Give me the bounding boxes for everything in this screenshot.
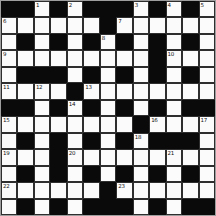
black-cell-r6c7 [116, 100, 132, 116]
white-cell-r4c4[interactable] [67, 67, 83, 83]
white-cell-r1c7[interactable]: 7 [116, 17, 132, 33]
white-cell-r3c8[interactable] [133, 50, 149, 66]
white-cell-r5c8[interactable] [133, 83, 149, 99]
clue-number-4: 4 [168, 2, 171, 8]
white-cell-r7c12[interactable]: 17 [199, 116, 215, 132]
white-cell-r3c2[interactable] [34, 50, 50, 66]
black-cell-r8c7 [116, 133, 132, 149]
white-cell-r5c0[interactable]: 11 [1, 83, 17, 99]
clue-number-14: 14 [69, 101, 75, 107]
white-cell-r7c7[interactable] [116, 116, 132, 132]
black-cell-r10c3 [50, 166, 66, 182]
white-cell-r4c6[interactable] [100, 67, 116, 83]
clue-number-16: 16 [151, 117, 157, 123]
white-cell-r3c6[interactable] [100, 50, 116, 66]
white-cell-r11c1[interactable] [17, 182, 33, 198]
black-cell-r4c11 [182, 67, 198, 83]
white-cell-r7c11[interactable] [182, 116, 198, 132]
white-cell-r7c10[interactable] [166, 116, 182, 132]
white-cell-r3c3[interactable] [50, 50, 66, 66]
white-cell-r5c12[interactable] [199, 83, 215, 99]
black-cell-r6c9 [149, 100, 165, 116]
white-cell-r1c9[interactable] [149, 17, 165, 33]
black-cell-r4c1 [17, 67, 33, 83]
white-cell-r5c9[interactable] [149, 83, 165, 99]
clue-number-22: 22 [3, 183, 9, 189]
black-cell-r10c11 [182, 166, 198, 182]
black-cell-r8c11 [182, 133, 198, 149]
white-cell-r5c7[interactable] [116, 83, 132, 99]
white-cell-r3c4[interactable] [67, 50, 83, 66]
clue-number-9: 9 [3, 51, 6, 57]
black-cell-r12c5 [83, 199, 99, 215]
black-cell-r8c5 [83, 133, 99, 149]
white-cell-r4c10[interactable] [166, 67, 182, 83]
white-cell-r2c12[interactable] [199, 34, 215, 50]
white-cell-r5c2[interactable]: 12 [34, 83, 50, 99]
white-cell-r2c2[interactable] [34, 34, 50, 50]
white-cell-r7c9[interactable]: 16 [149, 116, 165, 132]
white-cell-r2c4[interactable] [67, 34, 83, 50]
black-cell-r6c5 [83, 100, 99, 116]
white-cell-r9c4[interactable]: 20 [67, 149, 83, 165]
black-cell-r12c3 [50, 199, 66, 215]
clue-number-18: 18 [135, 134, 141, 140]
white-cell-r8c12[interactable] [199, 133, 215, 149]
white-cell-r1c1[interactable] [17, 17, 33, 33]
black-cell-r7c8 [133, 116, 149, 132]
white-cell-r7c1[interactable] [17, 116, 33, 132]
white-cell-r12c0[interactable] [1, 199, 17, 215]
black-cell-r4c9 [149, 67, 165, 83]
white-cell-r1c3[interactable] [50, 17, 66, 33]
black-cell-r10c5 [83, 166, 99, 182]
black-cell-r8c10 [166, 133, 182, 149]
clue-number-17: 17 [201, 117, 207, 123]
white-cell-r1c0[interactable]: 6 [1, 17, 17, 33]
white-cell-r5c1[interactable] [17, 83, 33, 99]
white-cell-r9c9[interactable] [149, 149, 165, 165]
black-cell-r10c1 [17, 166, 33, 182]
black-cell-r4c7 [116, 67, 132, 83]
clue-number-5: 5 [201, 2, 204, 8]
black-cell-r6c1 [17, 100, 33, 116]
white-cell-r3c11[interactable] [182, 50, 198, 66]
white-cell-r2c8[interactable] [133, 34, 149, 50]
clue-number-1: 1 [36, 2, 39, 8]
white-cell-r9c11[interactable] [182, 149, 198, 165]
white-cell-r10c8[interactable] [133, 166, 149, 182]
white-cell-r5c10[interactable] [166, 83, 182, 99]
white-cell-r0c4[interactable]: 2 [67, 1, 83, 17]
white-cell-r6c2[interactable] [34, 100, 50, 116]
clue-number-13: 13 [85, 84, 91, 90]
black-cell-r8c9 [149, 133, 165, 149]
white-cell-r6c6[interactable] [100, 100, 116, 116]
white-cell-r3c1[interactable] [17, 50, 33, 66]
white-cell-r6c4[interactable]: 14 [67, 100, 83, 116]
clue-number-7: 7 [118, 18, 121, 24]
white-cell-r7c0[interactable]: 15 [1, 116, 17, 132]
white-cell-r11c7[interactable]: 23 [116, 182, 132, 198]
white-cell-r12c10[interactable] [166, 199, 182, 215]
black-cell-r5c4 [67, 83, 83, 99]
white-cell-r2c10[interactable] [166, 34, 182, 50]
black-cell-r2c7 [116, 34, 132, 50]
white-cell-r0c10[interactable]: 4 [166, 1, 182, 17]
black-cell-r1c6 [100, 17, 116, 33]
black-cell-r0c9 [149, 1, 165, 17]
white-cell-r11c2[interactable] [34, 182, 50, 198]
black-cell-r0c7 [116, 1, 132, 17]
white-cell-r0c8[interactable]: 3 [133, 1, 149, 17]
white-cell-r11c11[interactable] [182, 182, 198, 198]
white-cell-r11c12[interactable] [199, 182, 215, 198]
white-cell-r10c10[interactable] [166, 166, 182, 182]
white-cell-r11c0[interactable]: 22 [1, 182, 17, 198]
white-cell-r8c0[interactable] [1, 133, 17, 149]
white-cell-r7c2[interactable] [34, 116, 50, 132]
white-cell-r11c8[interactable] [133, 182, 149, 198]
white-cell-r9c8[interactable] [133, 149, 149, 165]
white-cell-r11c4[interactable] [67, 182, 83, 198]
black-cell-r2c3 [50, 34, 66, 50]
clue-number-11: 11 [3, 84, 9, 90]
white-cell-r3c5[interactable] [83, 50, 99, 66]
white-cell-r1c2[interactable] [34, 17, 50, 33]
black-cell-r0c1 [17, 1, 33, 17]
clue-number-10: 10 [168, 51, 174, 57]
black-cell-r12c6 [100, 199, 116, 215]
white-cell-r9c10[interactable]: 21 [166, 149, 182, 165]
black-cell-r9c3 [50, 149, 66, 165]
white-cell-r5c5[interactable]: 13 [83, 83, 99, 99]
black-cell-r2c1 [17, 34, 33, 50]
white-cell-r8c8[interactable]: 18 [133, 133, 149, 149]
clue-number-20: 20 [69, 150, 75, 156]
white-cell-r11c3[interactable] [50, 182, 66, 198]
white-cell-r11c9[interactable] [149, 182, 165, 198]
white-cell-r9c1[interactable] [17, 149, 33, 165]
white-cell-r4c0[interactable] [1, 67, 17, 83]
white-cell-r1c12[interactable] [199, 17, 215, 33]
white-cell-r9c7[interactable] [116, 149, 132, 165]
white-cell-r12c4[interactable] [67, 199, 83, 215]
white-cell-r11c10[interactable] [166, 182, 182, 198]
white-cell-r12c2[interactable] [34, 199, 50, 215]
white-cell-r9c5[interactable] [83, 149, 99, 165]
white-cell-r7c4[interactable] [67, 116, 83, 132]
white-cell-r9c2[interactable] [34, 149, 50, 165]
white-cell-r8c4[interactable] [67, 133, 83, 149]
white-cell-r3c10[interactable]: 10 [166, 50, 182, 66]
white-cell-r1c8[interactable] [133, 17, 149, 33]
white-cell-r6c8[interactable] [133, 100, 149, 116]
white-cell-r1c4[interactable] [67, 17, 83, 33]
black-cell-r12c11 [182, 199, 198, 215]
black-cell-r12c7 [116, 199, 132, 215]
white-cell-r7c6[interactable] [100, 116, 116, 132]
clue-number-6: 6 [3, 18, 6, 24]
black-cell-r12c9 [149, 199, 165, 215]
clue-number-23: 23 [118, 183, 124, 189]
black-cell-r10c7 [116, 166, 132, 182]
white-cell-r6c10[interactable] [166, 100, 182, 116]
clue-number-2: 2 [69, 2, 72, 8]
white-cell-r2c0[interactable] [1, 34, 17, 50]
white-cell-r4c12[interactable] [199, 67, 215, 83]
black-cell-r4c3 [50, 67, 66, 83]
white-cell-r9c12[interactable] [199, 149, 215, 165]
clue-number-3: 3 [135, 2, 138, 8]
white-cell-r5c3[interactable] [50, 83, 66, 99]
black-cell-r6c3 [50, 100, 66, 116]
black-cell-r11c6 [100, 182, 116, 198]
white-cell-r3c0[interactable]: 9 [1, 50, 17, 66]
crossword-grid: 1234567891011121314151617181920212223 [0, 0, 216, 216]
black-cell-r2c5 [83, 34, 99, 50]
white-cell-r10c4[interactable] [67, 166, 83, 182]
black-cell-r2c9 [149, 34, 165, 50]
black-cell-r0c5 [83, 1, 99, 17]
white-cell-r11c5[interactable] [83, 182, 99, 198]
black-cell-r6c12 [199, 100, 215, 116]
clue-number-21: 21 [168, 150, 174, 156]
white-cell-r9c6[interactable] [100, 149, 116, 165]
white-cell-r5c11[interactable] [182, 83, 198, 99]
white-cell-r9c0[interactable]: 19 [1, 149, 17, 165]
black-cell-r6c11 [182, 100, 198, 116]
white-cell-r1c5[interactable] [83, 17, 99, 33]
white-cell-r8c2[interactable] [34, 133, 50, 149]
clue-number-15: 15 [3, 117, 9, 123]
black-cell-r6c0 [1, 100, 17, 116]
black-cell-r4c2 [34, 67, 50, 83]
white-cell-r7c3[interactable] [50, 116, 66, 132]
black-cell-r4c5 [83, 67, 99, 83]
white-cell-r3c12[interactable] [199, 50, 215, 66]
black-cell-r0c6 [100, 1, 116, 17]
white-cell-r2c6[interactable]: 8 [100, 34, 116, 50]
white-cell-r4c8[interactable] [133, 67, 149, 83]
white-cell-r5c6[interactable] [100, 83, 116, 99]
white-cell-r10c12[interactable] [199, 166, 215, 182]
white-cell-r1c11[interactable] [182, 17, 198, 33]
black-cell-r0c0 [1, 1, 17, 17]
white-cell-r7c5[interactable] [83, 116, 99, 132]
black-cell-r3c9 [149, 50, 165, 66]
clue-number-19: 19 [3, 150, 9, 156]
black-cell-r10c9 [149, 166, 165, 182]
white-cell-r8c6[interactable] [100, 133, 116, 149]
black-cell-r12c1 [17, 199, 33, 215]
black-cell-r0c3 [50, 1, 66, 17]
white-cell-r0c12[interactable]: 5 [199, 1, 215, 17]
black-cell-r8c1 [17, 133, 33, 149]
clue-number-12: 12 [36, 84, 42, 90]
black-cell-r12c12 [199, 199, 215, 215]
white-cell-r10c2[interactable] [34, 166, 50, 182]
clue-number-8: 8 [102, 35, 105, 41]
black-cell-r2c11 [182, 34, 198, 50]
black-cell-r8c3 [50, 133, 66, 149]
white-cell-r0c2[interactable]: 1 [34, 1, 50, 17]
black-cell-r0c11 [182, 1, 198, 17]
white-cell-r10c6[interactable] [100, 166, 116, 182]
white-cell-r3c7[interactable] [116, 50, 132, 66]
white-cell-r10c0[interactable] [1, 166, 17, 182]
white-cell-r1c10[interactable] [166, 17, 182, 33]
white-cell-r12c8[interactable] [133, 199, 149, 215]
